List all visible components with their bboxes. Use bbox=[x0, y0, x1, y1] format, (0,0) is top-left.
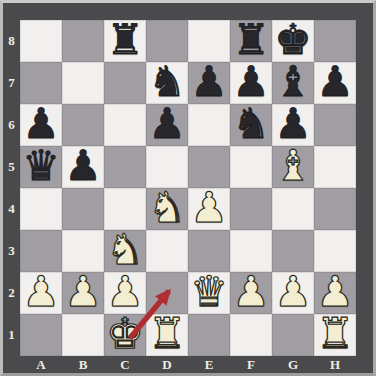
square-g3[interactable] bbox=[272, 230, 314, 272]
square-b8[interactable] bbox=[62, 20, 104, 62]
file-label-H: H bbox=[314, 356, 356, 373]
piece-black-rook[interactable]: ♜ bbox=[232, 19, 270, 61]
file-label-G: G bbox=[272, 356, 314, 373]
square-b5[interactable]: ♟ bbox=[62, 146, 104, 188]
square-f6[interactable]: ♞ bbox=[230, 104, 272, 146]
square-c3[interactable]: ♞ bbox=[104, 230, 146, 272]
piece-white-rook[interactable]: ♜ bbox=[316, 313, 354, 355]
square-e1[interactable] bbox=[188, 314, 230, 356]
square-a2[interactable]: ♟ bbox=[20, 272, 62, 314]
square-c1[interactable]: ♚ bbox=[104, 314, 146, 356]
square-g5[interactable]: ♝ bbox=[272, 146, 314, 188]
square-b2[interactable]: ♟ bbox=[62, 272, 104, 314]
piece-black-pawn[interactable]: ♟ bbox=[232, 61, 270, 103]
square-d4[interactable]: ♞ bbox=[146, 188, 188, 230]
square-e3[interactable] bbox=[188, 230, 230, 272]
rank-label-3: 3 bbox=[3, 230, 20, 272]
piece-black-pawn[interactable]: ♟ bbox=[274, 103, 312, 145]
piece-black-pawn[interactable]: ♟ bbox=[190, 61, 228, 103]
file-label-B: B bbox=[62, 356, 104, 373]
piece-black-pawn[interactable]: ♟ bbox=[148, 103, 186, 145]
rank-label-1: 1 bbox=[3, 314, 20, 356]
rank-label-5: 5 bbox=[3, 146, 20, 188]
piece-black-knight[interactable]: ♞ bbox=[232, 103, 270, 145]
square-g4[interactable] bbox=[272, 188, 314, 230]
piece-white-pawn[interactable]: ♟ bbox=[64, 271, 102, 313]
piece-black-knight[interactable]: ♞ bbox=[148, 61, 186, 103]
square-c2[interactable]: ♟ bbox=[104, 272, 146, 314]
square-h1[interactable]: ♜ bbox=[314, 314, 356, 356]
piece-white-knight[interactable]: ♞ bbox=[148, 187, 186, 229]
square-f2[interactable]: ♟ bbox=[230, 272, 272, 314]
rank-label-6: 6 bbox=[3, 104, 20, 146]
square-a3[interactable] bbox=[20, 230, 62, 272]
square-f1[interactable] bbox=[230, 314, 272, 356]
rank-label-8: 8 bbox=[3, 20, 20, 62]
square-h7[interactable]: ♟ bbox=[314, 62, 356, 104]
piece-black-queen[interactable]: ♛ bbox=[22, 145, 60, 187]
square-e2[interactable]: ♛ bbox=[188, 272, 230, 314]
file-label-C: C bbox=[104, 356, 146, 373]
piece-black-king[interactable]: ♚ bbox=[274, 19, 312, 61]
file-label-D: D bbox=[146, 356, 188, 373]
square-d6[interactable]: ♟ bbox=[146, 104, 188, 146]
square-e4[interactable]: ♟ bbox=[188, 188, 230, 230]
piece-white-bishop[interactable]: ♝ bbox=[274, 145, 312, 187]
piece-white-pawn[interactable]: ♟ bbox=[316, 271, 354, 313]
piece-black-pawn[interactable]: ♟ bbox=[22, 103, 60, 145]
square-f7[interactable]: ♟ bbox=[230, 62, 272, 104]
square-a4[interactable] bbox=[20, 188, 62, 230]
square-f3[interactable] bbox=[230, 230, 272, 272]
piece-black-bishop[interactable]: ♝ bbox=[274, 61, 312, 103]
square-g6[interactable]: ♟ bbox=[272, 104, 314, 146]
square-d7[interactable]: ♞ bbox=[146, 62, 188, 104]
piece-white-pawn[interactable]: ♟ bbox=[232, 271, 270, 313]
piece-white-king[interactable]: ♚ bbox=[106, 313, 144, 355]
square-d2[interactable] bbox=[146, 272, 188, 314]
file-label-F: F bbox=[230, 356, 272, 373]
square-g8[interactable]: ♚ bbox=[272, 20, 314, 62]
square-h6[interactable] bbox=[314, 104, 356, 146]
square-d8[interactable] bbox=[146, 20, 188, 62]
square-b7[interactable] bbox=[62, 62, 104, 104]
square-a6[interactable]: ♟ bbox=[20, 104, 62, 146]
piece-black-rook[interactable]: ♜ bbox=[106, 19, 144, 61]
square-c6[interactable] bbox=[104, 104, 146, 146]
square-f5[interactable] bbox=[230, 146, 272, 188]
rank-label-4: 4 bbox=[3, 188, 20, 230]
square-d1[interactable]: ♜ bbox=[146, 314, 188, 356]
piece-white-rook[interactable]: ♜ bbox=[148, 313, 186, 355]
file-labels: ABCDEFGH bbox=[20, 356, 356, 373]
chessboard[interactable]: ♜♜♚♞♟♟♝♟♟♟♞♟♛♟♝♞♟♞♟♟♟♛♟♟♟♚♜♜ bbox=[20, 20, 356, 356]
square-d5[interactable] bbox=[146, 146, 188, 188]
square-a7[interactable] bbox=[20, 62, 62, 104]
square-d3[interactable] bbox=[146, 230, 188, 272]
square-h4[interactable] bbox=[314, 188, 356, 230]
square-h8[interactable] bbox=[314, 20, 356, 62]
square-e8[interactable] bbox=[188, 20, 230, 62]
square-a1[interactable] bbox=[20, 314, 62, 356]
rank-labels: 87654321 bbox=[3, 20, 20, 356]
square-e6[interactable] bbox=[188, 104, 230, 146]
piece-white-pawn[interactable]: ♟ bbox=[22, 271, 60, 313]
piece-white-pawn[interactable]: ♟ bbox=[190, 187, 228, 229]
piece-black-pawn[interactable]: ♟ bbox=[316, 61, 354, 103]
square-b1[interactable] bbox=[62, 314, 104, 356]
square-g7[interactable]: ♝ bbox=[272, 62, 314, 104]
piece-white-pawn[interactable]: ♟ bbox=[106, 271, 144, 313]
file-label-E: E bbox=[188, 356, 230, 373]
square-a8[interactable] bbox=[20, 20, 62, 62]
piece-white-queen[interactable]: ♛ bbox=[190, 271, 228, 313]
square-b3[interactable] bbox=[62, 230, 104, 272]
square-c7[interactable] bbox=[104, 62, 146, 104]
square-c8[interactable]: ♜ bbox=[104, 20, 146, 62]
square-e5[interactable] bbox=[188, 146, 230, 188]
square-h2[interactable]: ♟ bbox=[314, 272, 356, 314]
rank-label-2: 2 bbox=[3, 272, 20, 314]
square-g2[interactable]: ♟ bbox=[272, 272, 314, 314]
square-f4[interactable] bbox=[230, 188, 272, 230]
piece-white-pawn[interactable]: ♟ bbox=[274, 271, 312, 313]
square-c5[interactable] bbox=[104, 146, 146, 188]
square-f8[interactable]: ♜ bbox=[230, 20, 272, 62]
chessboard-frame: 87654321 ♜♜♚♞♟♟♝♟♟♟♞♟♛♟♝♞♟♞♟♟♟♛♟♟♟♚♜♜ AB… bbox=[0, 0, 376, 376]
rank-label-7: 7 bbox=[3, 62, 20, 104]
square-b4[interactable] bbox=[62, 188, 104, 230]
square-e7[interactable]: ♟ bbox=[188, 62, 230, 104]
piece-black-pawn[interactable]: ♟ bbox=[64, 145, 102, 187]
square-h3[interactable] bbox=[314, 230, 356, 272]
square-a5[interactable]: ♛ bbox=[20, 146, 62, 188]
square-c4[interactable] bbox=[104, 188, 146, 230]
square-h5[interactable] bbox=[314, 146, 356, 188]
piece-white-knight[interactable]: ♞ bbox=[106, 229, 144, 271]
square-b6[interactable] bbox=[62, 104, 104, 146]
square-g1[interactable] bbox=[272, 314, 314, 356]
file-label-A: A bbox=[20, 356, 62, 373]
